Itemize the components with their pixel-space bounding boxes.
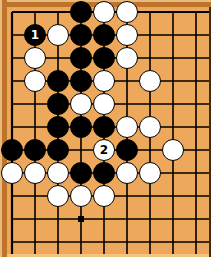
black-stone[interactable]: [93, 47, 115, 69]
board-point-c6-r4[interactable]: [116, 70, 139, 93]
board-point-c1-r8[interactable]: [1, 162, 24, 185]
board-point-c6-r8[interactable]: [116, 162, 139, 185]
white-stone[interactable]: [1, 162, 23, 184]
white-stone[interactable]: [93, 70, 115, 92]
board-point-c5-r4[interactable]: [93, 70, 116, 93]
board-point-c2-r10[interactable]: [24, 208, 47, 231]
white-stone[interactable]: [24, 47, 46, 69]
white-stone[interactable]: [70, 93, 92, 115]
board-point-c7-r3[interactable]: [139, 47, 162, 70]
board-point-c3-r11[interactable]: [47, 231, 70, 254]
board-point-c2-r5[interactable]: [24, 93, 47, 116]
board-point-c2-r4[interactable]: [24, 70, 47, 93]
board-point-c8-r2[interactable]: [162, 24, 185, 47]
board-point-c3-r5[interactable]: [47, 93, 70, 116]
board-point-c3-r7[interactable]: [47, 139, 70, 162]
board-point-c8-r3[interactable]: [162, 47, 185, 70]
board-point-c8-r11[interactable]: [162, 231, 185, 254]
white-stone[interactable]: [139, 70, 161, 92]
board-point-c7-r2[interactable]: [139, 24, 162, 47]
board-point-c6-r1[interactable]: [116, 1, 139, 24]
board-point-c7-r6[interactable]: [139, 116, 162, 139]
board-point-c9-r8[interactable]: [185, 162, 208, 185]
board-point-c7-r11[interactable]: [139, 231, 162, 254]
black-stone[interactable]: [70, 24, 92, 46]
board-point-c3-r8[interactable]: [47, 162, 70, 185]
board-point-c8-r7[interactable]: [162, 139, 185, 162]
white-stone[interactable]: [47, 185, 69, 207]
black-stone[interactable]: [47, 139, 69, 161]
board-point-c8-r6[interactable]: [162, 116, 185, 139]
board-point-c9-r6[interactable]: [185, 116, 208, 139]
stone-grid: 12: [1, 1, 208, 254]
board-point-c3-r3[interactable]: [47, 47, 70, 70]
board-point-c5-r7[interactable]: 2: [93, 139, 116, 162]
board-point-c5-r9[interactable]: [93, 185, 116, 208]
white-stone[interactable]: [24, 162, 46, 184]
board-point-c8-r5[interactable]: [162, 93, 185, 116]
black-stone[interactable]: [70, 47, 92, 69]
board-point-c1-r4[interactable]: [1, 70, 24, 93]
black-stone[interactable]: [1, 139, 23, 161]
white-stone[interactable]: [93, 185, 115, 207]
board-point-c6-r2[interactable]: [116, 24, 139, 47]
white-stone[interactable]: [93, 1, 115, 23]
board-point-c8-r1[interactable]: [162, 1, 185, 24]
white-stone[interactable]: [162, 139, 184, 161]
board-point-c1-r5[interactable]: [1, 93, 24, 116]
board-point-c6-r9[interactable]: [116, 185, 139, 208]
board-point-c3-r9[interactable]: [47, 185, 70, 208]
board-point-c5-r8[interactable]: [93, 162, 116, 185]
black-stone[interactable]: [70, 162, 92, 184]
board-point-c4-r3[interactable]: [70, 47, 93, 70]
board-point-c8-r10[interactable]: [162, 208, 185, 231]
black-stone[interactable]: [47, 116, 69, 138]
board-point-c9-r7[interactable]: [185, 139, 208, 162]
board-point-c3-r2[interactable]: [47, 24, 70, 47]
black-stone[interactable]: [47, 70, 69, 92]
board-point-c3-r10[interactable]: [47, 208, 70, 231]
board-point-c1-r1[interactable]: [1, 1, 24, 24]
white-stone-move-2[interactable]: 2: [93, 139, 115, 161]
board-point-c7-r7[interactable]: [139, 139, 162, 162]
board-point-c1-r6[interactable]: [1, 116, 24, 139]
board-point-c2-r7[interactable]: [24, 139, 47, 162]
board-point-c7-r8[interactable]: [139, 162, 162, 185]
board-point-c6-r11[interactable]: [116, 231, 139, 254]
board-point-c2-r8[interactable]: [24, 162, 47, 185]
board-point-c6-r3[interactable]: [116, 47, 139, 70]
board-point-c4-r2[interactable]: [70, 24, 93, 47]
white-stone[interactable]: [139, 116, 161, 138]
go-board: 12: [0, 0, 211, 257]
board-point-c9-r1[interactable]: [185, 1, 208, 24]
board-point-c5-r2[interactable]: [93, 24, 116, 47]
board-point-c2-r3[interactable]: [24, 47, 47, 70]
white-stone[interactable]: [24, 70, 46, 92]
white-stone[interactable]: [116, 116, 138, 138]
board-point-c8-r4[interactable]: [162, 70, 185, 93]
board-point-c1-r2[interactable]: [1, 24, 24, 47]
board-point-c6-r5[interactable]: [116, 93, 139, 116]
black-stone[interactable]: [70, 116, 92, 138]
black-stone[interactable]: [70, 70, 92, 92]
board-point-c1-r7[interactable]: [1, 139, 24, 162]
board-point-c3-r1[interactable]: [47, 1, 70, 24]
board-point-c9-r2[interactable]: [185, 24, 208, 47]
board-point-c1-r11[interactable]: [1, 231, 24, 254]
board-point-c1-r3[interactable]: [1, 47, 24, 70]
board-point-c3-r4[interactable]: [47, 70, 70, 93]
white-stone[interactable]: [139, 162, 161, 184]
board-point-c4-r4[interactable]: [70, 70, 93, 93]
board-point-c5-r5[interactable]: [93, 93, 116, 116]
board-point-c2-r1[interactable]: [24, 1, 47, 24]
board-point-c5-r1[interactable]: [93, 1, 116, 24]
board-point-c3-r6[interactable]: [47, 116, 70, 139]
board-point-c9-r4[interactable]: [185, 70, 208, 93]
black-stone[interactable]: [93, 116, 115, 138]
board-point-c4-r10[interactable]: [70, 208, 93, 231]
white-stone[interactable]: [116, 162, 138, 184]
black-stone[interactable]: [116, 139, 138, 161]
board-point-c7-r9[interactable]: [139, 185, 162, 208]
board-point-c2-r9[interactable]: [24, 185, 47, 208]
board-point-c1-r10[interactable]: [1, 208, 24, 231]
black-stone[interactable]: [24, 139, 46, 161]
board-point-c4-r7[interactable]: [70, 139, 93, 162]
board-point-c8-r8[interactable]: [162, 162, 185, 185]
board-point-c7-r4[interactable]: [139, 70, 162, 93]
white-stone[interactable]: [93, 93, 115, 115]
white-stone[interactable]: [47, 162, 69, 184]
board-point-c7-r1[interactable]: [139, 1, 162, 24]
white-stone[interactable]: [116, 47, 138, 69]
board-point-c7-r5[interactable]: [139, 93, 162, 116]
black-stone[interactable]: [93, 162, 115, 184]
black-stone-move-1[interactable]: 1: [24, 24, 46, 46]
board-point-c6-r10[interactable]: [116, 208, 139, 231]
board-point-c4-r9[interactable]: [70, 185, 93, 208]
board-point-c5-r10[interactable]: [93, 208, 116, 231]
board-point-c4-r5[interactable]: [70, 93, 93, 116]
board-point-c9-r9[interactable]: [185, 185, 208, 208]
black-stone[interactable]: [70, 1, 92, 23]
board-point-c8-r9[interactable]: [162, 185, 185, 208]
board-point-c7-r10[interactable]: [139, 208, 162, 231]
board-point-c9-r3[interactable]: [185, 47, 208, 70]
board-point-c9-r5[interactable]: [185, 93, 208, 116]
board-point-c6-r6[interactable]: [116, 116, 139, 139]
board-point-c2-r11[interactable]: [24, 231, 47, 254]
board-point-c2-r6[interactable]: [24, 116, 47, 139]
board-point-c5-r3[interactable]: [93, 47, 116, 70]
white-stone[interactable]: [47, 24, 69, 46]
board-point-c9-r11[interactable]: [185, 231, 208, 254]
white-stone[interactable]: [116, 1, 138, 23]
white-stone[interactable]: [116, 24, 138, 46]
board-point-c5-r6[interactable]: [93, 116, 116, 139]
board-point-c6-r7[interactable]: [116, 139, 139, 162]
black-stone[interactable]: [47, 93, 69, 115]
board-point-c4-r8[interactable]: [70, 162, 93, 185]
board-point-c5-r11[interactable]: [93, 231, 116, 254]
board-point-c4-r1[interactable]: [70, 1, 93, 24]
board-point-c4-r6[interactable]: [70, 116, 93, 139]
board-point-c4-r11[interactable]: [70, 231, 93, 254]
board-point-c9-r10[interactable]: [185, 208, 208, 231]
board-point-c2-r2[interactable]: 1: [24, 24, 47, 47]
board-point-c1-r9[interactable]: [1, 185, 24, 208]
board-right-edge-line: [209, 0, 211, 257]
white-stone[interactable]: [70, 185, 92, 207]
black-stone[interactable]: [93, 24, 115, 46]
